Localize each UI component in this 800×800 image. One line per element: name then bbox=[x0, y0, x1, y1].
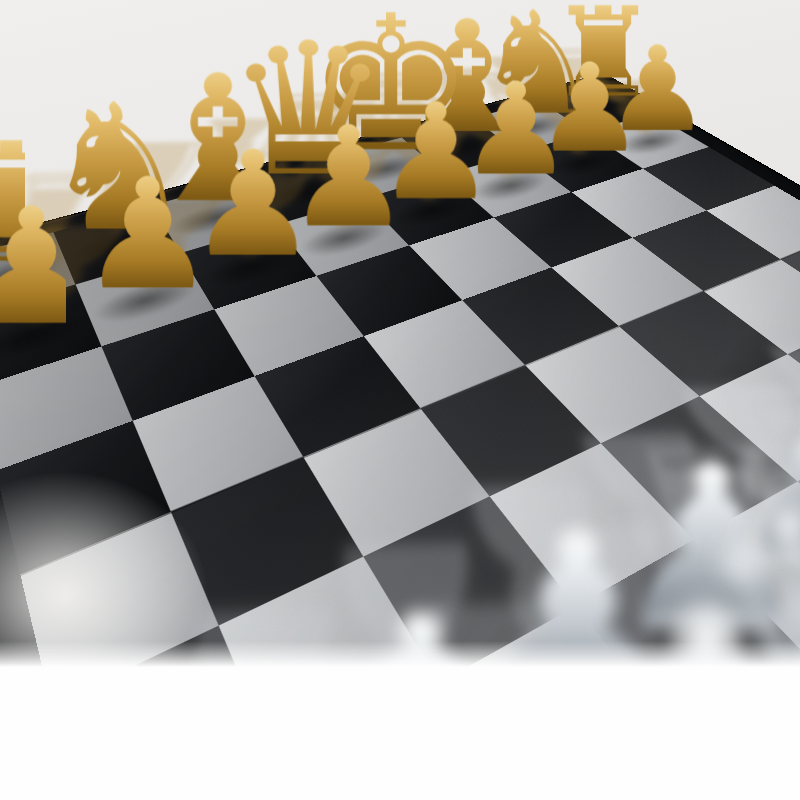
square-c5[interactable] bbox=[255, 336, 421, 457]
square-a7[interactable]: ♟♟ bbox=[0, 285, 102, 388]
gold-pawn-icon[interactable]: ♟ bbox=[0, 191, 104, 344]
photo-stage: ♜♜♞♞♝♝♛♛♚♚♝♝♞♞♜♜♟♟♟♟♟♟♟♟♟♟♟♟♟♟♟♟♟♟♟♟♟♟♟♟… bbox=[0, 0, 800, 800]
table-strip bbox=[0, 667, 800, 800]
